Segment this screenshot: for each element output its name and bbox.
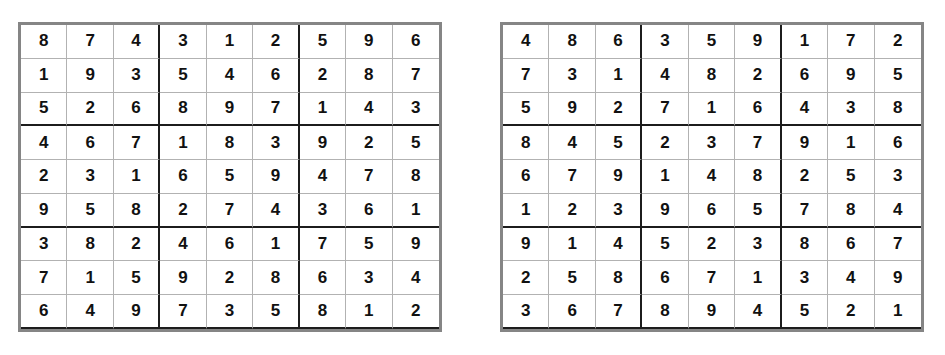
grid-right-cell-r4c6: 7 [735,126,781,160]
grid-left-cell-r3c7: 1 [300,93,346,127]
grid-left-cell-r7c7: 7 [300,228,346,262]
grid-right-cell-r1c8: 7 [828,25,874,59]
grid-left-cell-r4c6: 3 [253,126,299,160]
grid-left-cell-r8c4: 9 [160,261,206,295]
sudoku-worksheet: 8743125961935462875268971434671839252316… [0,0,945,355]
grid-right-cell-r3c7: 4 [782,93,828,127]
grid-right-cell-r6c4: 9 [642,194,688,228]
grid-right-cell-r6c7: 7 [782,194,828,228]
sudoku-grid-left: 8743125961935462875268971434671839252316… [18,22,442,332]
grid-left-cell-r6c5: 7 [207,194,253,228]
grid-left-cell-r5c7: 4 [300,160,346,194]
grid-right-cell-r8c4: 6 [642,261,688,295]
grid-right-cell-r6c9: 4 [875,194,921,228]
grid-right-cell-r4c9: 6 [875,126,921,160]
grid-right-cell-r1c5: 5 [689,25,735,59]
grid-right-cell-r3c8: 3 [828,93,874,127]
grid-left-cell-r2c6: 6 [253,59,299,93]
grid-left-cell-r6c7: 3 [300,194,346,228]
grid-left-cell-r1c2: 7 [67,25,113,59]
grid-right-cell-r8c8: 4 [828,261,874,295]
grid-right-cell-r4c1: 8 [503,126,549,160]
grid-right-cell-r5c4: 1 [642,160,688,194]
grid-left-cell-r9c3: 9 [114,295,160,329]
grid-right-cell-r5c3: 9 [596,160,642,194]
grid-left-cell-r4c5: 8 [207,126,253,160]
grid-right-cell-r2c3: 1 [596,59,642,93]
grid-left-cell-r1c8: 9 [346,25,392,59]
grid-left-cell-r5c1: 2 [21,160,67,194]
grid-left-cell-r4c7: 9 [300,126,346,160]
grid-left-cell-r5c4: 6 [160,160,206,194]
grid-right-cell-r5c1: 6 [503,160,549,194]
grid-right-cell-r4c5: 3 [689,126,735,160]
grid-left-cell-r9c9: 2 [393,295,439,329]
grid-left-cell-r7c9: 9 [393,228,439,262]
grid-left-cell-r2c3: 3 [114,59,160,93]
grid-right-cell-r3c9: 8 [875,93,921,127]
grid-left-cell-r8c3: 5 [114,261,160,295]
grid-left-cell-r1c4: 3 [160,25,206,59]
grid-right-cell-r7c2: 1 [549,228,595,262]
grid-right-cell-r7c3: 4 [596,228,642,262]
grid-right-cell-r3c2: 9 [549,93,595,127]
grid-left-cell-r1c5: 1 [207,25,253,59]
grid-right-cell-r8c2: 5 [549,261,595,295]
grid-right-cell-r1c7: 1 [782,25,828,59]
grid-right-cell-r7c1: 9 [503,228,549,262]
grid-left-cell-r2c2: 9 [67,59,113,93]
grid-right-cell-r2c2: 3 [549,59,595,93]
grid-right-cell-r6c6: 5 [735,194,781,228]
grid-left-cell-r6c3: 8 [114,194,160,228]
grid-right-cell-r4c2: 4 [549,126,595,160]
grid-right-cell-r1c9: 2 [875,25,921,59]
grid-left-cell-r6c1: 9 [21,194,67,228]
grid-right-cell-r5c2: 7 [549,160,595,194]
grid-right-cell-r3c6: 6 [735,93,781,127]
grid-left-cell-r1c7: 5 [300,25,346,59]
grid-right-cell-r2c6: 2 [735,59,781,93]
grid-left-cell-r6c2: 5 [67,194,113,228]
grid-left-cell-r9c1: 6 [21,295,67,329]
grid-right-cell-r7c6: 3 [735,228,781,262]
grid-left-cell-r3c5: 9 [207,93,253,127]
grid-left-cell-r7c5: 6 [207,228,253,262]
grid-right-cell-r2c1: 7 [503,59,549,93]
grid-right-cell-r1c1: 4 [503,25,549,59]
grid-left-cell-r2c4: 5 [160,59,206,93]
grid-right-cell-r9c4: 8 [642,295,688,329]
grid-left-cell-r4c9: 5 [393,126,439,160]
grid-right-cell-r7c8: 6 [828,228,874,262]
grid-right-cell-r8c5: 7 [689,261,735,295]
grid-left-cell-r3c6: 7 [253,93,299,127]
grid-right-cell-r2c5: 8 [689,59,735,93]
grid-right-cell-r9c1: 3 [503,295,549,329]
grid-right-cell-r1c4: 3 [642,25,688,59]
grid-right-cell-r6c5: 6 [689,194,735,228]
grid-right-cell-r2c4: 4 [642,59,688,93]
grid-right-cell-r3c4: 7 [642,93,688,127]
grid-left-cell-r8c9: 4 [393,261,439,295]
grid-left-cell-r9c6: 5 [253,295,299,329]
grid-left-cell-r4c8: 2 [346,126,392,160]
grid-right-cell-r4c8: 1 [828,126,874,160]
grid-right-cell-r3c1: 5 [503,93,549,127]
grid-left-cell-r8c5: 2 [207,261,253,295]
grid-left-cell-r2c1: 1 [21,59,67,93]
grid-left-cell-r9c4: 7 [160,295,206,329]
grid-right-cell-r7c7: 8 [782,228,828,262]
grid-right-cell-r1c6: 9 [735,25,781,59]
grid-right-cell-r8c9: 9 [875,261,921,295]
grid-left-cell-r2c5: 4 [207,59,253,93]
grid-right-cell-r1c3: 6 [596,25,642,59]
grid-right-cell-r4c3: 5 [596,126,642,160]
grid-right-cell-r7c4: 5 [642,228,688,262]
grid-right-cell-r1c2: 8 [549,25,595,59]
grid-left-cell-r4c3: 7 [114,126,160,160]
grid-left-cell-r8c1: 7 [21,261,67,295]
grid-left-cell-r6c9: 1 [393,194,439,228]
grid-left-cell-r5c2: 3 [67,160,113,194]
grid-right-cell-r5c6: 8 [735,160,781,194]
grid-left-cell-r1c9: 6 [393,25,439,59]
grid-left-cell-r6c8: 6 [346,194,392,228]
grid-right-cell-r5c8: 5 [828,160,874,194]
grid-left-cell-r4c2: 6 [67,126,113,160]
grid-right-cell-r9c2: 6 [549,295,595,329]
grid-left-cell-r8c2: 1 [67,261,113,295]
grid-left-cell-r4c4: 1 [160,126,206,160]
grid-left-cell-r2c7: 2 [300,59,346,93]
grid-left-cell-r3c3: 6 [114,93,160,127]
grid-left-cell-r3c8: 4 [346,93,392,127]
sudoku-grid-right: 4863591727314826955927164388452379166791… [500,22,924,332]
grid-left-cell-r5c8: 7 [346,160,392,194]
grid-left-cell-r7c6: 1 [253,228,299,262]
grid-left-cell-r8c8: 3 [346,261,392,295]
grid-right-cell-r9c7: 5 [782,295,828,329]
grid-left-cell-r7c4: 4 [160,228,206,262]
grid-left-cell-r9c5: 3 [207,295,253,329]
grid-right-cell-r8c6: 1 [735,261,781,295]
grid-right-cell-r9c6: 4 [735,295,781,329]
grid-left-cell-r3c2: 2 [67,93,113,127]
grid-left-cell-r5c5: 5 [207,160,253,194]
grid-left-cell-r7c2: 8 [67,228,113,262]
grid-left-cell-r2c8: 8 [346,59,392,93]
grid-right-cell-r6c3: 3 [596,194,642,228]
grid-left-cell-r6c6: 4 [253,194,299,228]
grid-right-cell-r4c4: 2 [642,126,688,160]
grid-left-cell-r3c9: 3 [393,93,439,127]
grid-left-cell-r1c1: 8 [21,25,67,59]
grid-left-cell-r5c6: 9 [253,160,299,194]
grid-right-cell-r2c8: 9 [828,59,874,93]
grid-right-cell-r8c7: 3 [782,261,828,295]
grid-left-cell-r9c2: 4 [67,295,113,329]
grid-left-cell-r9c8: 1 [346,295,392,329]
grid-left-cell-r3c4: 8 [160,93,206,127]
grid-right-cell-r9c8: 2 [828,295,874,329]
grid-left-cell-r8c7: 6 [300,261,346,295]
grid-left-cell-r9c7: 8 [300,295,346,329]
grid-right-cell-r4c7: 9 [782,126,828,160]
grid-left-cell-r7c8: 5 [346,228,392,262]
grid-right-cell-r6c1: 1 [503,194,549,228]
grid-right-cell-r5c7: 2 [782,160,828,194]
grid-right-cell-r7c5: 2 [689,228,735,262]
grid-left-cell-r2c9: 7 [393,59,439,93]
grid-right-cell-r2c9: 5 [875,59,921,93]
grid-right-cell-r7c9: 7 [875,228,921,262]
grid-right-cell-r9c9: 1 [875,295,921,329]
grid-left-cell-r7c1: 3 [21,228,67,262]
grid-right-cell-r3c5: 1 [689,93,735,127]
grid-left-cell-r1c6: 2 [253,25,299,59]
grid-left-cell-r6c4: 2 [160,194,206,228]
grid-right-cell-r3c3: 2 [596,93,642,127]
grid-left-cell-r7c3: 2 [114,228,160,262]
grid-right-cell-r6c8: 8 [828,194,874,228]
grid-left-cell-r5c3: 1 [114,160,160,194]
grid-left-cell-r1c3: 4 [114,25,160,59]
grid-left-cell-r5c9: 8 [393,160,439,194]
grid-right-cell-r8c1: 2 [503,261,549,295]
grid-right-cell-r9c5: 9 [689,295,735,329]
grid-right-cell-r9c3: 7 [596,295,642,329]
grid-right-cell-r8c3: 8 [596,261,642,295]
grid-right-cell-r5c5: 4 [689,160,735,194]
grid-right-cell-r5c9: 3 [875,160,921,194]
grid-right-cell-r6c2: 2 [549,194,595,228]
grid-left-cell-r8c6: 8 [253,261,299,295]
grid-left-cell-r4c1: 4 [21,126,67,160]
grid-left-cell-r3c1: 5 [21,93,67,127]
grid-right-cell-r2c7: 6 [782,59,828,93]
